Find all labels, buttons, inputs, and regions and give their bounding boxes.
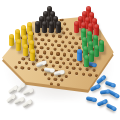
board-hole[interactable]	[67, 49, 71, 52]
board-hole[interactable]	[36, 50, 40, 53]
board-hole[interactable]	[65, 66, 69, 69]
board-hole[interactable]	[53, 48, 57, 51]
board-hole[interactable]	[46, 55, 50, 58]
board-hole[interactable]	[39, 55, 43, 58]
peg-green[interactable]	[89, 52, 94, 62]
board-hole[interactable]	[88, 73, 92, 76]
board-hole[interactable]	[76, 63, 80, 66]
board-hole[interactable]	[55, 61, 59, 64]
board-hole[interactable]	[31, 63, 35, 66]
board-hole[interactable]	[41, 38, 45, 41]
board-hole[interactable]	[14, 65, 18, 68]
board-hole[interactable]	[65, 36, 69, 39]
peg-blue[interactable]	[77, 51, 82, 61]
board-hole[interactable]	[92, 69, 96, 72]
peg-black[interactable]	[56, 23, 61, 33]
peg-blue-lying[interactable]	[106, 103, 116, 111]
board-hole[interactable]	[49, 60, 53, 63]
board-hole[interactable]	[47, 47, 51, 50]
peg-black[interactable]	[35, 23, 40, 33]
board-hole[interactable]	[54, 39, 58, 42]
board-hole[interactable]	[56, 52, 60, 55]
board-hole[interactable]	[85, 68, 89, 71]
board-hole[interactable]	[27, 67, 31, 70]
board-hole[interactable]	[69, 32, 73, 35]
peg-yellow[interactable]	[16, 41, 21, 51]
board-hole[interactable]	[79, 68, 83, 71]
board-hole[interactable]	[72, 37, 76, 40]
board-hole[interactable]	[51, 34, 55, 37]
board-hole[interactable]	[37, 42, 41, 45]
peg-red[interactable]	[74, 23, 79, 33]
board-hole[interactable]	[43, 51, 47, 54]
board-hole[interactable]	[71, 45, 75, 48]
peg-blue-lying[interactable]	[86, 96, 96, 102]
board-hole[interactable]	[68, 71, 72, 74]
board-hole[interactable]	[60, 79, 64, 82]
board-hole[interactable]	[21, 57, 25, 60]
board-hole[interactable]	[56, 83, 60, 86]
board-hole[interactable]	[54, 78, 58, 81]
board-hole[interactable]	[47, 77, 51, 80]
board-hole[interactable]	[70, 54, 74, 57]
board-hole[interactable]	[68, 41, 72, 44]
board-hole[interactable]	[50, 82, 54, 85]
board-hole[interactable]	[81, 72, 85, 75]
peg-black[interactable]	[42, 23, 47, 33]
board-hole[interactable]	[66, 27, 70, 30]
peg-green[interactable]	[99, 42, 104, 52]
peg-yellow[interactable]	[23, 46, 28, 56]
board-hole[interactable]	[60, 48, 64, 51]
board-hole[interactable]	[38, 33, 42, 36]
board-hole[interactable]	[52, 56, 56, 59]
board-hole[interactable]	[44, 34, 48, 37]
board-hole[interactable]	[64, 75, 68, 78]
board-hole[interactable]	[63, 53, 67, 56]
board-hole[interactable]	[21, 66, 25, 69]
board-hole[interactable]	[49, 52, 53, 55]
board-hole[interactable]	[47, 38, 51, 41]
board-hole[interactable]	[34, 67, 38, 70]
board-hole[interactable]	[66, 58, 70, 61]
board-hole[interactable]	[18, 61, 22, 64]
peg-yellow[interactable]	[30, 51, 35, 61]
board-hole[interactable]	[58, 35, 62, 38]
peg-yellow[interactable]	[9, 36, 14, 46]
board-hole[interactable]	[57, 44, 61, 47]
board-hole[interactable]	[64, 44, 68, 47]
board-hole[interactable]	[40, 46, 44, 49]
board-hole[interactable]	[44, 42, 48, 45]
peg-black[interactable]	[49, 23, 54, 33]
board-hole[interactable]	[62, 62, 66, 65]
board-hole[interactable]	[69, 62, 73, 65]
board-hole[interactable]	[24, 62, 28, 65]
board-hole[interactable]	[44, 73, 48, 76]
board-hole[interactable]	[73, 58, 77, 61]
board-hole[interactable]	[63, 23, 67, 26]
board-hole[interactable]	[59, 57, 63, 60]
board-hole[interactable]	[61, 40, 65, 43]
peg-green[interactable]	[84, 57, 89, 67]
board-hole[interactable]	[72, 67, 76, 70]
board-hole[interactable]	[62, 31, 66, 34]
board-hole[interactable]	[58, 65, 62, 68]
board-scene	[0, 0, 120, 120]
board-hole[interactable]	[50, 43, 54, 46]
board-hole[interactable]	[74, 41, 78, 44]
peg-green[interactable]	[94, 47, 99, 57]
board-hole[interactable]	[75, 72, 79, 75]
board-hole[interactable]	[34, 37, 38, 40]
